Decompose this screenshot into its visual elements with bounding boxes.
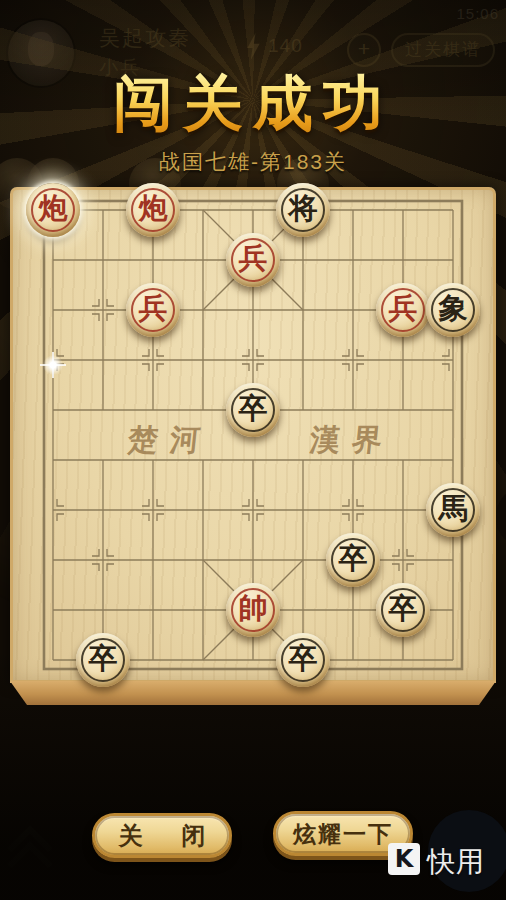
piece-red-炮[interactable]: 炮 (26, 183, 80, 237)
piece-black-卒[interactable]: 卒 (326, 533, 380, 587)
sparkle-effect (43, 355, 63, 375)
piece-black-卒[interactable]: 卒 (76, 633, 130, 687)
river-label-left: 楚河 (108, 420, 232, 461)
piece-red-兵[interactable]: 兵 (126, 283, 180, 337)
piece-black-馬[interactable]: 馬 (426, 483, 480, 537)
piece-black-将[interactable]: 将 (276, 183, 330, 237)
piece-black-卒[interactable]: 卒 (226, 383, 280, 437)
close-button[interactable]: 关 闭 (92, 813, 232, 858)
piece-red-帥[interactable]: 帥 (226, 583, 280, 637)
screen: 吴起攻秦 小兵 140 + 过关棋谱 15:06 闯关成功 战国七雄-第183关… (0, 0, 506, 900)
result-title: 闯关成功 (0, 64, 506, 145)
piece-black-象[interactable]: 象 (426, 283, 480, 337)
kuaiyong-watermark: 快用 (427, 843, 485, 881)
piece-black-卒[interactable]: 卒 (376, 583, 430, 637)
level-subtitle: 战国七雄-第183关 (0, 148, 506, 176)
piece-black-卒[interactable]: 卒 (276, 633, 330, 687)
piece-red-炮[interactable]: 炮 (126, 183, 180, 237)
piece-red-兵[interactable]: 兵 (226, 233, 280, 287)
kuaiyong-logo-icon: K (388, 843, 420, 875)
piece-red-兵[interactable]: 兵 (376, 283, 430, 337)
xiangqi-board: 楚河 漢界 炮炮将兵兵兵象卒馬卒帥卒卒卒 (10, 187, 496, 705)
river-label-right: 漢界 (290, 420, 414, 461)
